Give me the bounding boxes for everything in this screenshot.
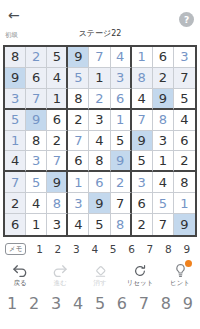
cell-r4c4[interactable]: 2 bbox=[68, 110, 89, 131]
numpad-digit-4[interactable]: 4 bbox=[73, 294, 83, 313]
cell-r4c5[interactable]: 3 bbox=[89, 110, 110, 131]
sudoku-grid: 8259741639645138273718264955962317841827… bbox=[3, 45, 197, 237]
cell-r2c8[interactable]: 2 bbox=[153, 68, 174, 89]
memo-digit-row: 123456789 bbox=[30, 243, 196, 255]
cell-r9c5[interactable]: 5 bbox=[89, 214, 110, 235]
cell-r1c6[interactable]: 4 bbox=[111, 47, 132, 68]
reset-label: リセット bbox=[127, 279, 154, 288]
page-title: ステージ22 bbox=[0, 28, 200, 39]
cell-r8c4[interactable]: 3 bbox=[68, 193, 89, 214]
cell-r6c4[interactable]: 6 bbox=[68, 151, 89, 172]
cell-r7c5[interactable]: 6 bbox=[89, 172, 110, 193]
memo-digit-3[interactable]: 3 bbox=[73, 243, 80, 255]
cell-r9c9[interactable]: 9 bbox=[174, 214, 195, 235]
cell-r7c8[interactable]: 4 bbox=[153, 172, 174, 193]
memo-digit-5[interactable]: 5 bbox=[110, 243, 117, 255]
eraser-icon bbox=[92, 263, 109, 278]
memo-digit-2[interactable]: 2 bbox=[55, 243, 62, 255]
cell-r6c2[interactable]: 3 bbox=[26, 151, 47, 172]
undo-label: 戻る bbox=[13, 279, 26, 288]
cell-r8c7[interactable]: 6 bbox=[132, 193, 153, 214]
memo-row: メモ 123456789 bbox=[5, 241, 196, 257]
memo-digit-9[interactable]: 9 bbox=[183, 243, 190, 255]
redo-icon bbox=[52, 263, 69, 278]
cell-r1c7[interactable]: 1 bbox=[132, 47, 153, 68]
numpad-digit-8[interactable]: 8 bbox=[161, 294, 171, 313]
numpad-digit-7[interactable]: 7 bbox=[139, 294, 149, 313]
cell-r8c9[interactable]: 1 bbox=[174, 193, 195, 214]
cell-r9c6[interactable]: 8 bbox=[111, 214, 132, 235]
cell-r1c1[interactable]: 8 bbox=[5, 47, 26, 68]
cell-r7c2[interactable]: 5 bbox=[26, 172, 47, 193]
cell-r7c6[interactable]: 2 bbox=[111, 172, 132, 193]
cell-r3c4[interactable]: 8 bbox=[68, 89, 89, 110]
cell-r1c3[interactable]: 5 bbox=[47, 47, 68, 68]
erase-button[interactable]: 消す bbox=[80, 263, 120, 291]
cell-r2c5[interactable]: 1 bbox=[89, 68, 110, 89]
reset-icon bbox=[132, 263, 149, 278]
hint-label: ヒント bbox=[170, 279, 190, 288]
numpad-digit-3[interactable]: 3 bbox=[51, 294, 61, 313]
cell-r1c9[interactable]: 3 bbox=[174, 47, 195, 68]
cell-r9c8[interactable]: 7 bbox=[153, 214, 174, 235]
cell-r8c6[interactable]: 7 bbox=[111, 193, 132, 214]
cell-r8c8[interactable]: 5 bbox=[153, 193, 174, 214]
cell-r3c7[interactable]: 4 bbox=[132, 89, 153, 110]
cell-r7c1[interactable]: 7 bbox=[5, 172, 26, 193]
cell-r3c8[interactable]: 9 bbox=[153, 89, 174, 110]
cell-r3c5[interactable]: 2 bbox=[89, 89, 110, 110]
memo-digit-8[interactable]: 8 bbox=[165, 243, 172, 255]
help-button[interactable]: ? bbox=[179, 12, 194, 27]
hint-bulb-icon bbox=[172, 263, 189, 278]
cell-r8c1[interactable]: 2 bbox=[5, 193, 26, 214]
cell-r8c2[interactable]: 4 bbox=[26, 193, 47, 214]
cell-r5c3[interactable]: 2 bbox=[47, 131, 68, 152]
cell-r7c9[interactable]: 8 bbox=[174, 172, 195, 193]
cell-r8c5[interactable]: 9 bbox=[89, 193, 110, 214]
numpad-digit-1[interactable]: 1 bbox=[7, 294, 17, 313]
back-arrow-icon[interactable]: ← bbox=[8, 8, 20, 22]
memo-digit-7[interactable]: 7 bbox=[147, 243, 154, 255]
cell-r6c5[interactable]: 8 bbox=[89, 151, 110, 172]
redo-label: 進む bbox=[53, 279, 66, 288]
numpad-digit-5[interactable]: 5 bbox=[95, 294, 105, 313]
cell-r5c5[interactable]: 4 bbox=[89, 131, 110, 152]
toolbar: 戻る 進む 消す リセット bbox=[0, 263, 200, 291]
cell-r9c3[interactable]: 3 bbox=[47, 214, 68, 235]
cell-r3c9[interactable]: 5 bbox=[174, 89, 195, 110]
numpad-digit-9[interactable]: 9 bbox=[183, 294, 193, 313]
cell-r4c1[interactable]: 5 bbox=[5, 110, 26, 131]
cell-r9c1[interactable]: 6 bbox=[5, 214, 26, 235]
memo-toggle-button[interactable]: メモ bbox=[5, 243, 26, 255]
reset-button[interactable]: リセット bbox=[120, 263, 160, 291]
cell-r5c9[interactable]: 6 bbox=[174, 131, 195, 152]
erase-label: 消す bbox=[93, 279, 106, 288]
cell-r5c4[interactable]: 7 bbox=[68, 131, 89, 152]
cell-r2c3[interactable]: 4 bbox=[47, 68, 68, 89]
cell-r6c6[interactable]: 9 bbox=[111, 151, 132, 172]
cell-r5c8[interactable]: 3 bbox=[153, 131, 174, 152]
cell-r3c1[interactable]: 3 bbox=[5, 89, 26, 110]
cell-r2c6[interactable]: 3 bbox=[111, 68, 132, 89]
cell-r7c3[interactable]: 9 bbox=[47, 172, 68, 193]
cell-r7c7[interactable]: 3 bbox=[132, 172, 153, 193]
memo-digit-4[interactable]: 4 bbox=[91, 243, 98, 255]
cell-r6c8[interactable]: 1 bbox=[153, 151, 174, 172]
hint-count-badge bbox=[185, 260, 192, 267]
cell-r4c6[interactable]: 1 bbox=[111, 110, 132, 131]
cell-r5c7[interactable]: 9 bbox=[132, 131, 153, 152]
cell-r2c1[interactable]: 9 bbox=[5, 68, 26, 89]
cell-r1c4[interactable]: 9 bbox=[68, 47, 89, 68]
cell-r4c3[interactable]: 6 bbox=[47, 110, 68, 131]
undo-button[interactable]: 戻る bbox=[0, 263, 40, 291]
cell-r2c7[interactable]: 8 bbox=[132, 68, 153, 89]
cell-r6c1[interactable]: 4 bbox=[5, 151, 26, 172]
cell-r3c6[interactable]: 6 bbox=[111, 89, 132, 110]
cell-r1c2[interactable]: 2 bbox=[26, 47, 47, 68]
cell-r7c4[interactable]: 1 bbox=[68, 172, 89, 193]
cell-r3c2[interactable]: 7 bbox=[26, 89, 47, 110]
cell-r9c2[interactable]: 1 bbox=[26, 214, 47, 235]
question-icon: ? bbox=[184, 15, 189, 25]
cell-r5c6[interactable]: 5 bbox=[111, 131, 132, 152]
cell-r9c7[interactable]: 2 bbox=[132, 214, 153, 235]
cell-r8c3[interactable]: 8 bbox=[47, 193, 68, 214]
cell-r2c4[interactable]: 5 bbox=[68, 68, 89, 89]
numpad-digit-6[interactable]: 6 bbox=[117, 294, 127, 313]
cell-r2c9[interactable]: 7 bbox=[174, 68, 195, 89]
cell-r2c2[interactable]: 6 bbox=[26, 68, 47, 89]
undo-icon bbox=[12, 263, 29, 278]
cell-r4c9[interactable]: 4 bbox=[174, 110, 195, 131]
cell-r5c2[interactable]: 8 bbox=[26, 131, 47, 152]
cell-r9c4[interactable]: 4 bbox=[68, 214, 89, 235]
cell-r5c1[interactable]: 1 bbox=[5, 131, 26, 152]
sudoku-app: ← ? 初級 ステージ22 82597416396451382737182649… bbox=[0, 0, 200, 329]
cell-r6c7[interactable]: 5 bbox=[132, 151, 153, 172]
memo-digit-6[interactable]: 6 bbox=[128, 243, 135, 255]
cell-r4c8[interactable]: 8 bbox=[153, 110, 174, 131]
hint-button[interactable]: ヒント bbox=[160, 263, 200, 291]
cell-r1c5[interactable]: 7 bbox=[89, 47, 110, 68]
memo-digit-1[interactable]: 1 bbox=[36, 243, 43, 255]
cell-r4c7[interactable]: 7 bbox=[132, 110, 153, 131]
number-pad: 123456789 bbox=[7, 294, 193, 313]
numpad-digit-2[interactable]: 2 bbox=[29, 294, 39, 313]
cell-r4c2[interactable]: 9 bbox=[26, 110, 47, 131]
cell-r3c3[interactable]: 1 bbox=[47, 89, 68, 110]
cell-r1c8[interactable]: 6 bbox=[153, 47, 174, 68]
cell-r6c9[interactable]: 2 bbox=[174, 151, 195, 172]
redo-button[interactable]: 進む bbox=[40, 263, 80, 291]
cell-r6c3[interactable]: 7 bbox=[47, 151, 68, 172]
